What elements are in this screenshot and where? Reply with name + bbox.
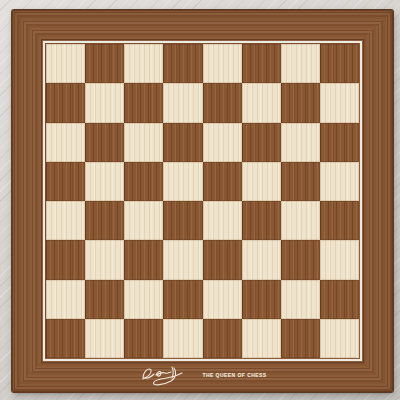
square-e5[interactable] bbox=[203, 162, 242, 201]
square-f4[interactable] bbox=[242, 201, 281, 240]
square-g1[interactable] bbox=[281, 319, 320, 358]
square-c8[interactable] bbox=[124, 44, 163, 83]
square-c6[interactable] bbox=[124, 123, 163, 162]
square-d3[interactable] bbox=[163, 240, 202, 279]
square-e4[interactable] bbox=[203, 201, 242, 240]
square-f8[interactable] bbox=[242, 44, 281, 83]
square-g2[interactable] bbox=[281, 280, 320, 319]
square-d5[interactable] bbox=[163, 162, 202, 201]
square-g7[interactable] bbox=[281, 83, 320, 122]
square-a3[interactable] bbox=[46, 240, 85, 279]
square-a5[interactable] bbox=[46, 162, 85, 201]
square-d8[interactable] bbox=[163, 44, 202, 83]
square-h1[interactable] bbox=[320, 319, 359, 358]
square-d2[interactable] bbox=[163, 280, 202, 319]
square-g3[interactable] bbox=[281, 240, 320, 279]
square-c5[interactable] bbox=[124, 162, 163, 201]
square-f2[interactable] bbox=[242, 280, 281, 319]
square-c3[interactable] bbox=[124, 240, 163, 279]
square-h6[interactable] bbox=[320, 123, 359, 162]
square-e3[interactable] bbox=[203, 240, 242, 279]
frame-rail-right bbox=[358, 10, 393, 392]
square-b7[interactable] bbox=[85, 83, 124, 122]
square-g6[interactable] bbox=[281, 123, 320, 162]
square-b8[interactable] bbox=[85, 44, 124, 83]
square-g4[interactable] bbox=[281, 201, 320, 240]
square-a4[interactable] bbox=[46, 201, 85, 240]
chess-board: THE QUEEN OF CHESS bbox=[12, 10, 393, 392]
frame-rail-left bbox=[12, 10, 46, 392]
square-b2[interactable] bbox=[85, 280, 124, 319]
square-f3[interactable] bbox=[242, 240, 281, 279]
square-c7[interactable] bbox=[124, 83, 163, 122]
square-h2[interactable] bbox=[320, 280, 359, 319]
square-b6[interactable] bbox=[85, 123, 124, 162]
square-h5[interactable] bbox=[320, 162, 359, 201]
square-a1[interactable] bbox=[46, 319, 85, 358]
square-f6[interactable] bbox=[242, 123, 281, 162]
branding-row: THE QUEEN OF CHESS bbox=[12, 361, 393, 389]
square-h8[interactable] bbox=[320, 44, 359, 83]
square-e6[interactable] bbox=[203, 123, 242, 162]
square-a8[interactable] bbox=[46, 44, 85, 83]
square-e8[interactable] bbox=[203, 44, 242, 83]
square-b3[interactable] bbox=[85, 240, 124, 279]
square-f5[interactable] bbox=[242, 162, 281, 201]
square-e2[interactable] bbox=[203, 280, 242, 319]
square-b4[interactable] bbox=[85, 201, 124, 240]
signature-script-icon bbox=[138, 362, 198, 388]
square-b5[interactable] bbox=[85, 162, 124, 201]
square-h4[interactable] bbox=[320, 201, 359, 240]
square-c4[interactable] bbox=[124, 201, 163, 240]
square-e7[interactable] bbox=[203, 83, 242, 122]
square-h7[interactable] bbox=[320, 83, 359, 122]
square-g8[interactable] bbox=[281, 44, 320, 83]
square-a6[interactable] bbox=[46, 123, 85, 162]
square-d7[interactable] bbox=[163, 83, 202, 122]
square-h3[interactable] bbox=[320, 240, 359, 279]
frame-rail-top bbox=[12, 10, 393, 44]
square-c2[interactable] bbox=[124, 280, 163, 319]
square-d4[interactable] bbox=[163, 201, 202, 240]
brand-caption: THE QUEEN OF CHESS bbox=[202, 372, 266, 378]
square-c1[interactable] bbox=[124, 319, 163, 358]
square-g5[interactable] bbox=[281, 162, 320, 201]
square-f1[interactable] bbox=[242, 319, 281, 358]
square-f7[interactable] bbox=[242, 83, 281, 122]
square-b1[interactable] bbox=[85, 319, 124, 358]
board-squares-grid bbox=[46, 44, 359, 358]
square-a2[interactable] bbox=[46, 280, 85, 319]
square-d1[interactable] bbox=[163, 319, 202, 358]
square-a7[interactable] bbox=[46, 83, 85, 122]
square-d6[interactable] bbox=[163, 123, 202, 162]
square-e1[interactable] bbox=[203, 319, 242, 358]
